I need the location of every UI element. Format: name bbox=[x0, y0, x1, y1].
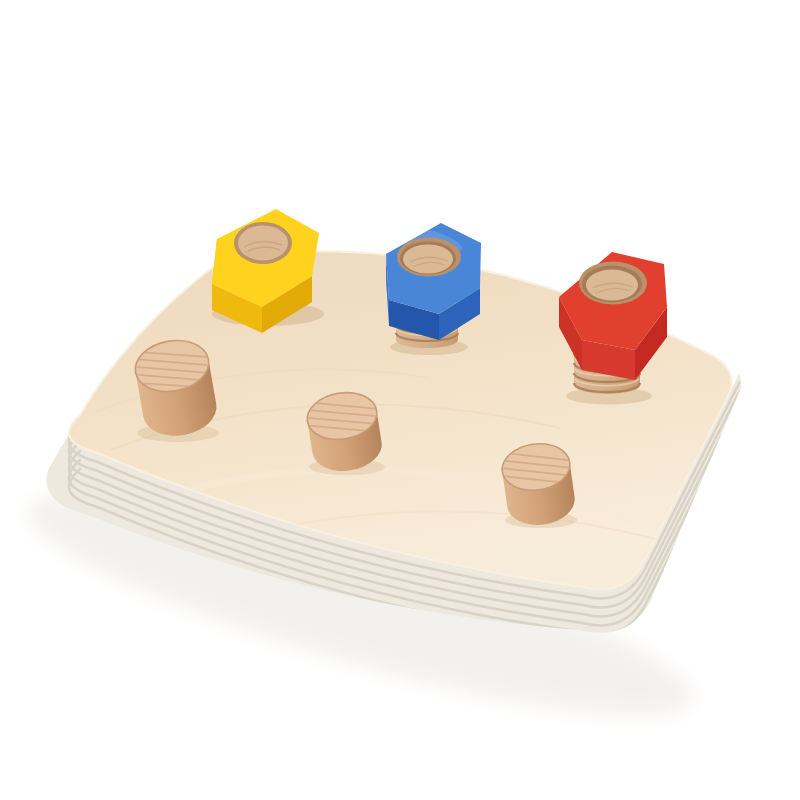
product-photo bbox=[0, 0, 800, 800]
product-photo-stage bbox=[0, 0, 800, 800]
blue-screw-head-wood bbox=[403, 245, 453, 274]
yellow-screw-head-wood bbox=[238, 226, 288, 261]
red-screw-head-wood bbox=[586, 270, 638, 301]
